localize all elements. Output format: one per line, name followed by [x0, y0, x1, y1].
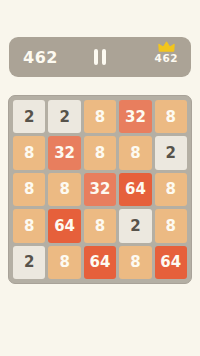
best-score-box: 462 [155, 41, 178, 64]
tile-r1c2: 2 [48, 100, 80, 133]
pause-icon [94, 49, 98, 65]
tile-r5c1: 2 [13, 246, 45, 279]
tile-r2c4: 8 [119, 136, 151, 169]
tile-r5c5: 64 [155, 246, 187, 279]
tile-r2c5: 2 [155, 136, 187, 169]
tile-r2c1: 8 [13, 136, 45, 169]
pause-button[interactable] [85, 37, 115, 77]
tile-r3c2: 8 [48, 173, 80, 206]
tile-r4c4: 2 [119, 209, 151, 242]
tile-r5c2: 8 [48, 246, 80, 279]
tile-r3c1: 8 [13, 173, 45, 206]
tile-r1c1: 2 [13, 100, 45, 133]
tile-r2c2: 32 [48, 136, 80, 169]
tile-r2c3: 8 [84, 136, 116, 169]
tile-r5c3: 64 [84, 246, 116, 279]
tile-r4c2: 64 [48, 209, 80, 242]
tile-r4c5: 8 [155, 209, 187, 242]
tile-r1c5: 8 [155, 100, 187, 133]
pause-icon [102, 49, 106, 65]
crown-icon [158, 41, 175, 52]
tile-r1c3: 8 [84, 100, 116, 133]
game-screen: 462 462 22832883288288326488648282864864 [0, 0, 200, 356]
tile-r3c4: 64 [119, 173, 151, 206]
board-grid[interactable]: 22832883288288326488648282864864 [8, 95, 192, 284]
tile-r1c4: 32 [119, 100, 151, 133]
tile-r4c3: 8 [84, 209, 116, 242]
best-score-value: 462 [155, 53, 178, 64]
tile-r4c1: 8 [13, 209, 45, 242]
tile-r3c3: 32 [84, 173, 116, 206]
score-display: 462 [23, 37, 58, 77]
tile-r3c5: 8 [155, 173, 187, 206]
tile-r5c4: 8 [119, 246, 151, 279]
top-bar: 462 462 [9, 37, 191, 77]
